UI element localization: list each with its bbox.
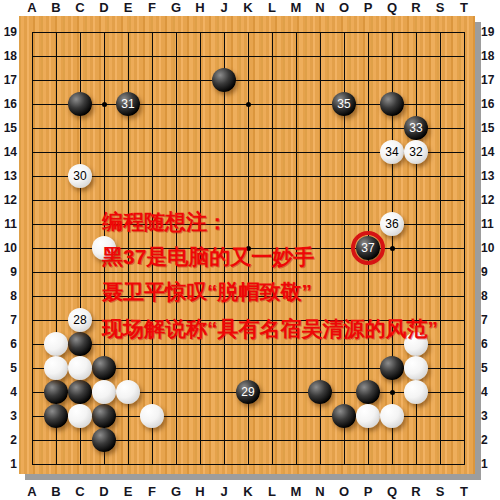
coord-label-bottom-J: J <box>214 485 234 499</box>
stone-white-R14: 32 <box>404 140 428 164</box>
stone-black-D2 <box>92 428 116 452</box>
stone-black-Q16 <box>380 92 404 116</box>
coord-label-right-7: 7 <box>481 312 498 328</box>
coord-label-bottom-M: M <box>286 485 306 499</box>
star-point-D16 <box>102 102 107 107</box>
stone-black-J17 <box>212 68 236 92</box>
coord-label-left-4: 4 <box>0 384 17 400</box>
stone-white-C3 <box>68 404 92 428</box>
coord-label-bottom-E: E <box>118 485 138 499</box>
stone-black-B3 <box>44 404 68 428</box>
coord-label-top-R: R <box>406 1 426 15</box>
coord-label-left-13: 13 <box>0 168 17 184</box>
coord-label-left-11: 11 <box>0 216 17 232</box>
coord-label-left-3: 3 <box>0 408 17 424</box>
stone-black-E16: 31 <box>116 92 140 116</box>
stone-black-D3 <box>92 404 116 428</box>
coord-label-top-C: C <box>70 1 90 15</box>
coord-label-left-16: 16 <box>0 96 17 112</box>
coord-label-bottom-D: D <box>94 485 114 499</box>
stone-white-Q11: 36 <box>380 212 404 236</box>
coord-label-right-18: 18 <box>481 48 498 64</box>
coord-label-right-8: 8 <box>481 288 498 304</box>
coord-label-top-P: P <box>358 1 378 15</box>
star-point-K16 <box>246 102 251 107</box>
coord-label-right-11: 11 <box>481 216 498 232</box>
coord-label-top-Q: Q <box>382 1 402 15</box>
coord-label-left-7: 7 <box>0 312 17 328</box>
coord-label-right-4: 4 <box>481 384 498 400</box>
coord-label-left-8: 8 <box>0 288 17 304</box>
stone-white-C7: 28 <box>68 308 92 332</box>
coord-label-bottom-F: F <box>142 485 162 499</box>
coord-label-right-2: 2 <box>481 432 498 448</box>
coord-label-top-A: A <box>22 1 42 15</box>
coord-label-left-5: 5 <box>0 360 17 376</box>
coord-label-bottom-K: K <box>238 485 258 499</box>
stone-black-Q5 <box>380 356 404 380</box>
coord-label-left-17: 17 <box>0 72 17 88</box>
stone-white-B5 <box>44 356 68 380</box>
coord-label-bottom-B: B <box>46 485 66 499</box>
coord-label-bottom-Q: Q <box>382 485 402 499</box>
coord-label-left-14: 14 <box>0 144 17 160</box>
annotation-line-3: 聂卫平惊叹“脱帽致敬” <box>102 279 312 305</box>
stone-white-E4 <box>116 380 140 404</box>
go-game-screenshot: AABBCCDDEEFFGGHHJJKKLLMMNNOOPPQQRRSSTT19… <box>0 0 500 500</box>
stone-white-C5 <box>68 356 92 380</box>
coord-label-left-2: 2 <box>0 432 17 448</box>
star-point-Q4 <box>390 390 395 395</box>
coord-label-right-6: 6 <box>481 336 498 352</box>
coord-label-right-9: 9 <box>481 264 498 280</box>
coord-label-bottom-R: R <box>406 485 426 499</box>
stone-black-C16 <box>68 92 92 116</box>
coord-label-bottom-O: O <box>334 485 354 499</box>
coord-label-top-K: K <box>238 1 258 15</box>
coord-label-left-9: 9 <box>0 264 17 280</box>
coord-label-top-M: M <box>286 1 306 15</box>
coord-label-right-19: 19 <box>481 24 498 40</box>
coord-label-right-5: 5 <box>481 360 498 376</box>
stone-white-R4 <box>404 380 428 404</box>
coord-label-top-B: B <box>46 1 66 15</box>
coord-label-bottom-P: P <box>358 485 378 499</box>
stone-black-N4 <box>308 380 332 404</box>
stone-white-D4 <box>92 380 116 404</box>
stone-black-O3 <box>332 404 356 428</box>
coord-label-left-12: 12 <box>0 192 17 208</box>
coord-label-bottom-H: H <box>190 485 210 499</box>
stone-black-R15: 33 <box>404 116 428 140</box>
annotation-line-2: 黑37是电脑的又一妙手 <box>102 244 314 270</box>
coord-label-top-G: G <box>166 1 186 15</box>
stone-black-D5 <box>92 356 116 380</box>
annotation-line-4: 现场解说称“具有名宿吴清源的风范” <box>102 316 438 342</box>
stone-black-B4 <box>44 380 68 404</box>
coord-label-left-10: 10 <box>0 240 17 256</box>
coord-label-top-H: H <box>190 1 210 15</box>
coord-label-bottom-C: C <box>70 485 90 499</box>
stone-white-R5 <box>404 356 428 380</box>
coord-label-left-19: 19 <box>0 24 17 40</box>
stone-black-K4: 29 <box>236 380 260 404</box>
coord-label-top-J: J <box>214 1 234 15</box>
coord-label-right-17: 17 <box>481 72 498 88</box>
coord-label-bottom-N: N <box>310 485 330 499</box>
coord-label-top-N: N <box>310 1 330 15</box>
coord-label-right-1: 1 <box>481 456 498 472</box>
coord-label-right-14: 14 <box>481 144 498 160</box>
stone-black-O16: 35 <box>332 92 356 116</box>
stone-white-F3 <box>140 404 164 428</box>
stone-white-Q14: 34 <box>380 140 404 164</box>
annotation-line-1: 编程随想注： <box>102 209 228 235</box>
coord-label-left-6: 6 <box>0 336 17 352</box>
stone-white-Q3 <box>380 404 404 428</box>
stone-white-B6 <box>44 332 68 356</box>
coord-label-bottom-L: L <box>262 485 282 499</box>
coord-label-right-12: 12 <box>481 192 498 208</box>
coord-label-top-T: T <box>454 1 474 15</box>
coord-label-right-15: 15 <box>481 120 498 136</box>
coord-label-top-F: F <box>142 1 162 15</box>
coord-label-right-16: 16 <box>481 96 498 112</box>
coord-label-bottom-S: S <box>430 485 450 499</box>
coord-label-top-L: L <box>262 1 282 15</box>
coord-label-top-O: O <box>334 1 354 15</box>
last-move-marker <box>351 231 385 265</box>
star-point-Q10 <box>390 246 395 251</box>
coord-label-bottom-G: G <box>166 485 186 499</box>
coord-label-top-D: D <box>94 1 114 15</box>
coord-label-right-13: 13 <box>481 168 498 184</box>
coord-label-bottom-T: T <box>454 485 474 499</box>
stone-black-C4 <box>68 380 92 404</box>
coord-label-left-18: 18 <box>0 48 17 64</box>
coord-label-right-3: 3 <box>481 408 498 424</box>
stone-black-P4 <box>356 380 380 404</box>
coord-label-left-15: 15 <box>0 120 17 136</box>
stone-white-C13: 30 <box>68 164 92 188</box>
stone-black-C6 <box>68 332 92 356</box>
coord-label-right-10: 10 <box>481 240 498 256</box>
coord-label-bottom-A: A <box>22 485 42 499</box>
coord-label-top-S: S <box>430 1 450 15</box>
stone-white-P3 <box>356 404 380 428</box>
coord-label-top-E: E <box>118 1 138 15</box>
coord-label-left-1: 1 <box>0 456 17 472</box>
